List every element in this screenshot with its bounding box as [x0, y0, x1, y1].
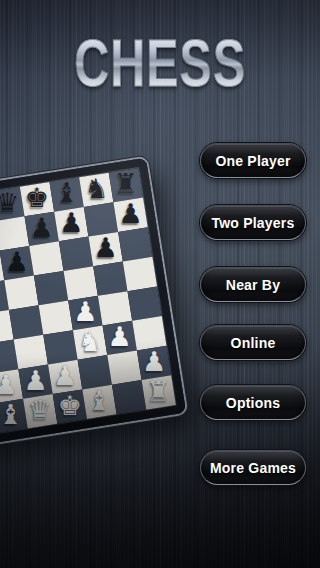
- square-f7: ♟: [54, 207, 88, 241]
- square-h6: [118, 227, 152, 261]
- square-g6: ♟: [88, 232, 122, 266]
- black-pawn: ♟: [91, 232, 121, 262]
- white-pawn: ♟: [0, 369, 21, 399]
- black-pawn: ♟: [2, 246, 32, 276]
- black-rook: ♜: [111, 168, 141, 198]
- square-d6: ♟: [0, 246, 34, 280]
- black-king: ♚: [22, 182, 52, 212]
- white-bishop: ♝: [84, 385, 114, 415]
- white-queen: ♛: [25, 394, 55, 424]
- app-title: CHESS: [42, 30, 279, 96]
- square-g5: [93, 262, 127, 296]
- white-pawn: ♟: [105, 321, 135, 351]
- square-f6: [59, 237, 93, 271]
- square-g2: [107, 350, 141, 384]
- square-d4: [9, 305, 43, 339]
- square-f1: ♝: [82, 385, 116, 419]
- white-king: ♚: [55, 390, 85, 420]
- white-pawn: ♟: [21, 365, 51, 395]
- options-button[interactable]: Options: [200, 385, 306, 420]
- chess-board-grid: ♜♞♝♛♚♝♞♜♟♟♟♟♟♟♟♟♟♞♟♟♟♟♟♟♟♜♞♝♛♚♝♜: [0, 168, 176, 443]
- black-knight: ♞: [81, 173, 111, 203]
- black-queen: ♛: [0, 187, 22, 217]
- white-bishop: ♝: [0, 399, 26, 429]
- white-pawn: ♟: [70, 296, 100, 326]
- black-pawn: ♟: [27, 212, 57, 242]
- square-e4: [39, 301, 73, 335]
- white-knight: ♞: [75, 326, 105, 356]
- black-pawn: ♟: [56, 207, 86, 237]
- online-button[interactable]: Online: [200, 325, 306, 360]
- square-h1: ♜: [142, 375, 176, 409]
- square-g3: ♟: [103, 321, 137, 355]
- near-by-button[interactable]: Near By: [200, 267, 306, 302]
- white-rook: ♜: [144, 376, 174, 406]
- square-g8: ♞: [79, 173, 113, 207]
- square-e5: [34, 271, 68, 305]
- square-e7: ♟: [25, 212, 59, 246]
- square-e6: [29, 241, 63, 275]
- square-h5: [123, 257, 157, 291]
- square-e1: ♚: [53, 389, 87, 423]
- square-d1: ♛: [23, 394, 57, 428]
- square-d8: ♛: [0, 187, 25, 221]
- square-h4: [127, 286, 161, 320]
- app-screen: CHESS ♜♞♝♛♚♝♞♜♟♟♟♟♟♟♟♟♟♞♟♟♟♟♟♟♟♜♞♝♛♚♝♜ O…: [0, 0, 320, 568]
- one-player-button[interactable]: One Player: [200, 143, 306, 178]
- square-f3: ♞: [73, 325, 107, 359]
- white-pawn: ♟: [50, 360, 80, 390]
- black-pawn: ♟: [116, 198, 146, 228]
- square-c1: ♝: [0, 399, 28, 433]
- white-pawn: ♟: [139, 346, 169, 376]
- square-g1: [112, 380, 146, 414]
- square-h7: ♟: [113, 198, 147, 232]
- more-games-button[interactable]: More Games: [200, 450, 306, 485]
- black-bishop: ♝: [52, 177, 82, 207]
- two-players-button[interactable]: Two Players: [200, 205, 306, 240]
- square-d5: [4, 276, 38, 310]
